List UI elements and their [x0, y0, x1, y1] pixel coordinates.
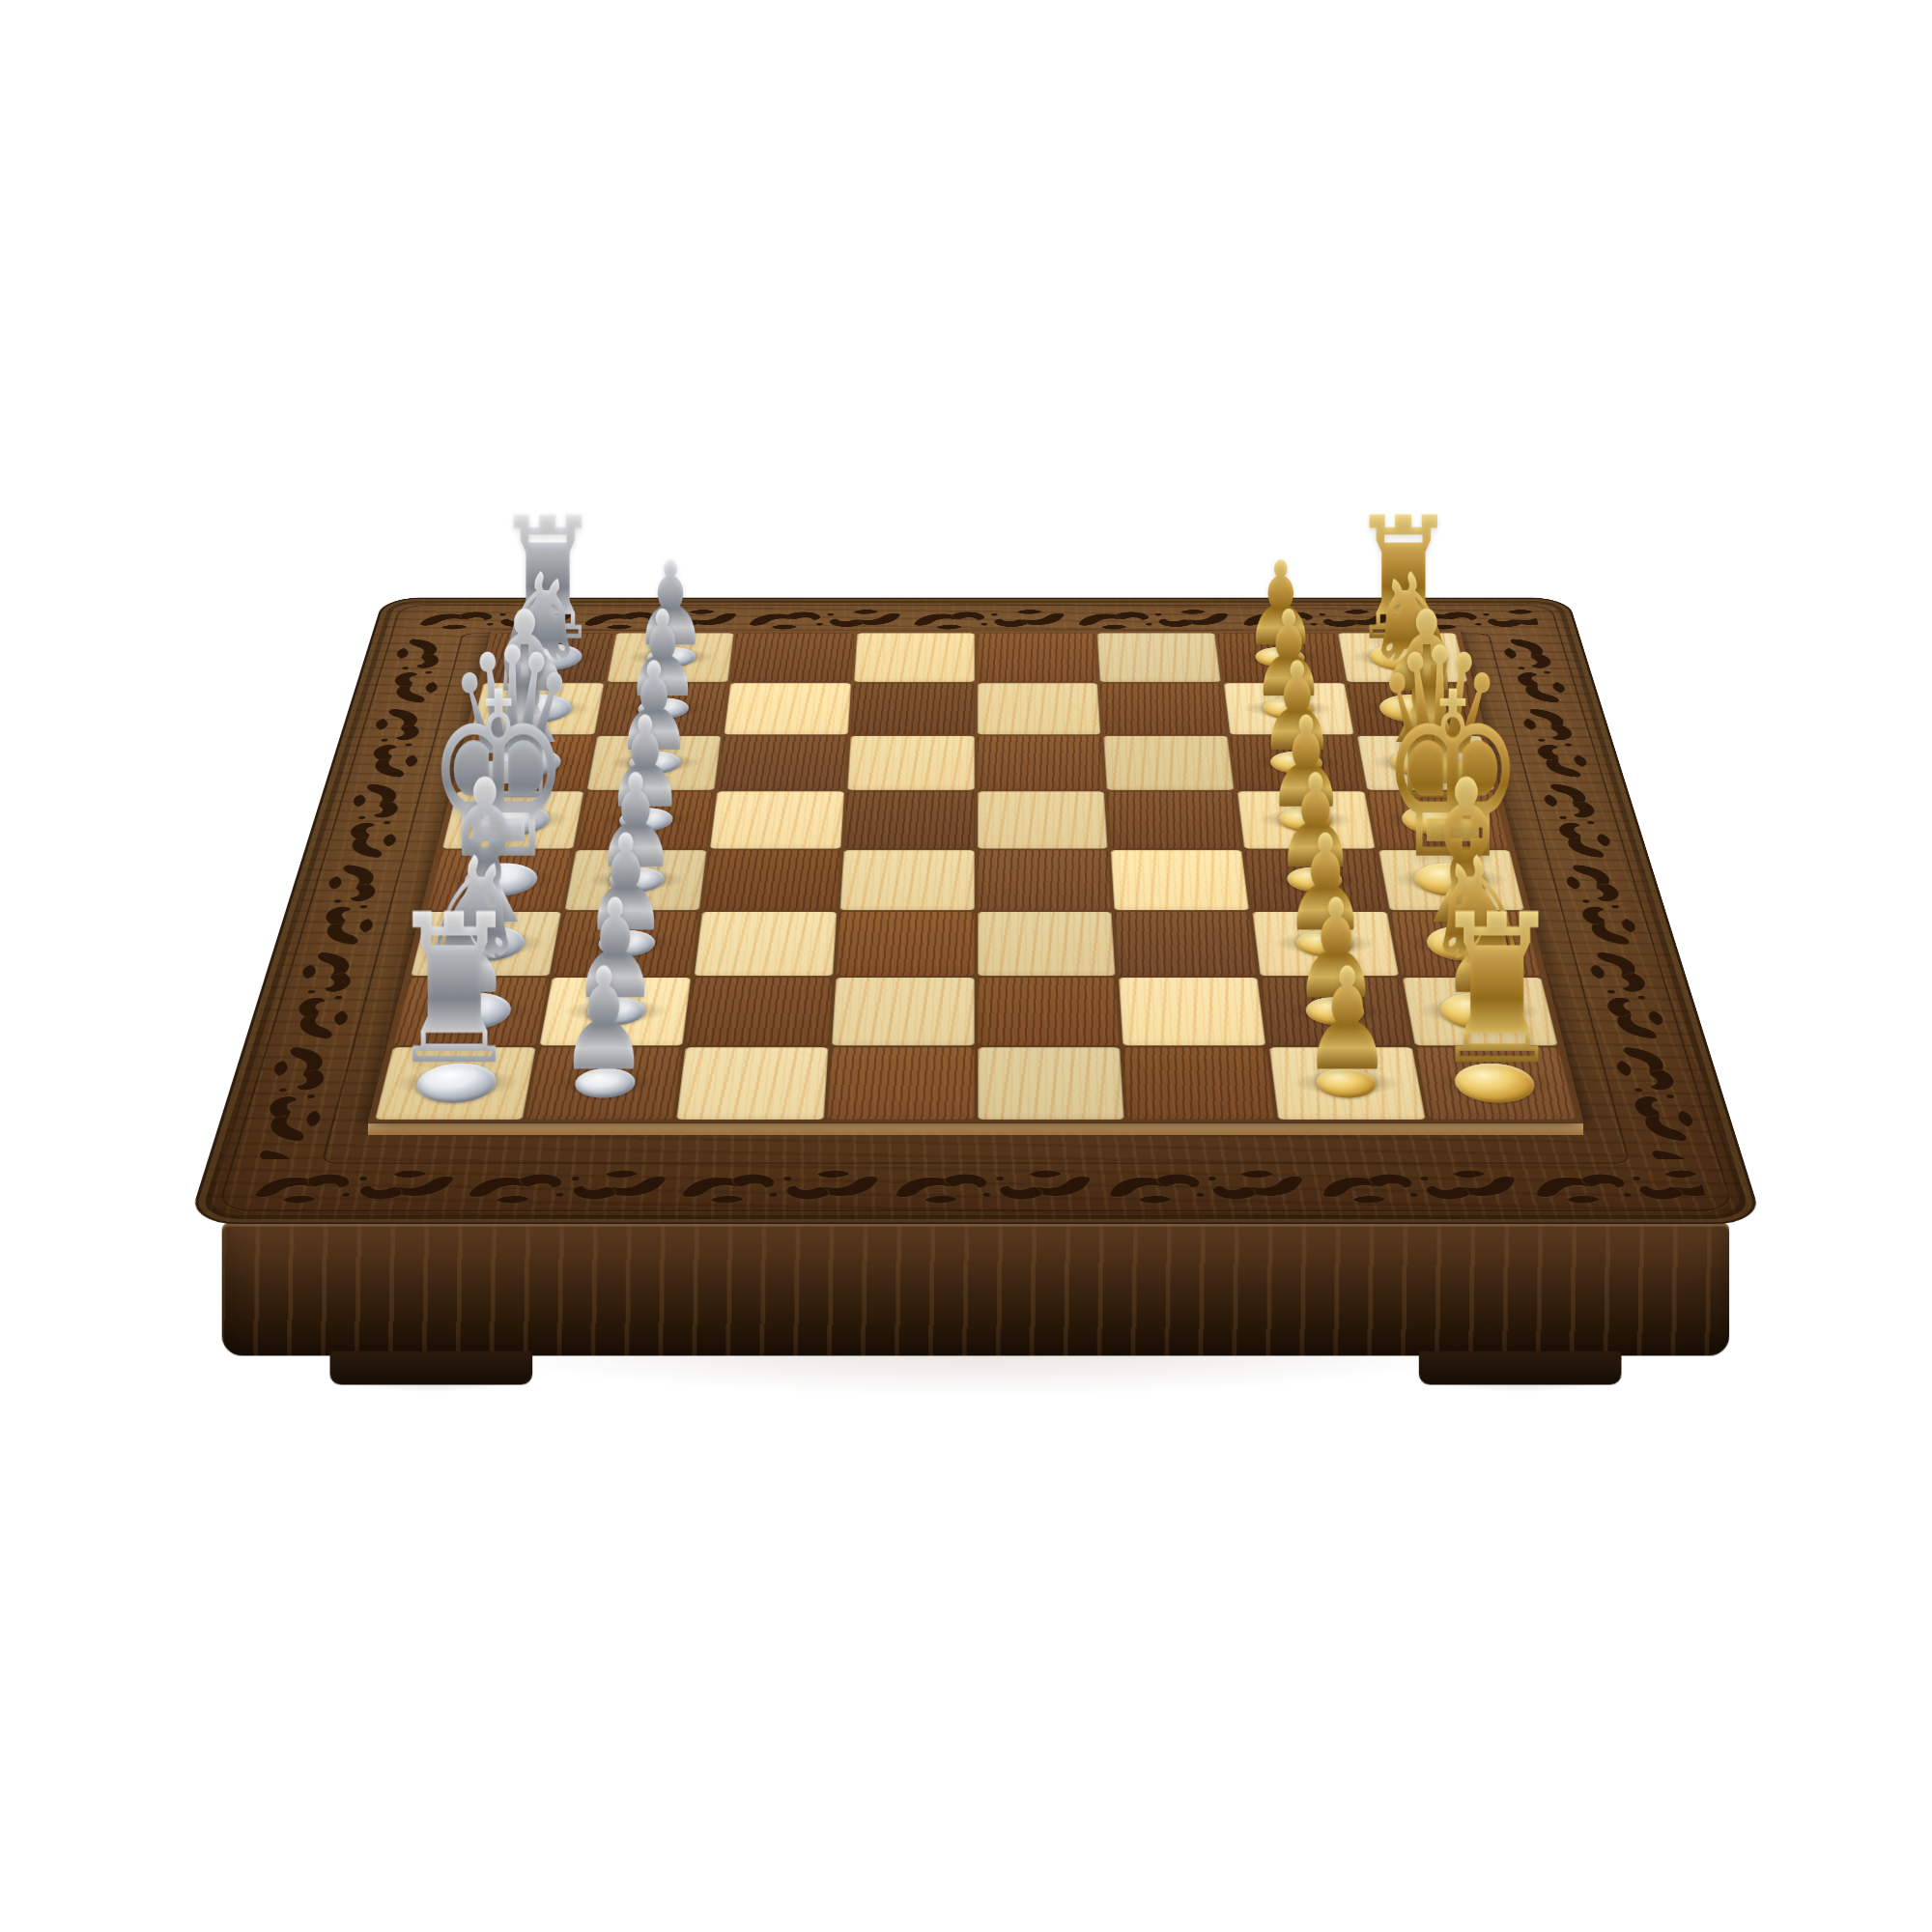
square-g4[interactable]	[832, 978, 975, 1046]
board-foot-right	[1419, 1351, 1622, 1385]
board-foot-left	[330, 1351, 533, 1385]
square-d4[interactable]	[843, 791, 974, 848]
piece-glyph-rook: ♜	[352, 888, 557, 1094]
square-h4[interactable]	[827, 1047, 975, 1120]
carving-svg	[242, 1166, 1710, 1207]
square-h5[interactable]	[978, 1047, 1125, 1120]
square-a5[interactable]	[977, 633, 1097, 682]
photo-scene: ♜♞♝♛♚♝♞♜♟♟♟♟♟♟♟♟♟♟♟♟♟♟♟♟♜♞♝♛♚♝♞♜	[0, 0, 1932, 1932]
square-b4[interactable]	[850, 683, 974, 734]
board-front-face	[222, 1223, 1730, 1355]
square-f4[interactable]	[836, 912, 975, 976]
square-e5[interactable]	[977, 850, 1111, 911]
carved-ornament-band-front	[242, 1166, 1710, 1207]
board-tilt: ♜♞♝♛♚♝♞♜♟♟♟♟♟♟♟♟♟♟♟♟♟♟♟♟♜♞♝♛♚♝♞♜	[187, 598, 1763, 1225]
square-c4[interactable]	[847, 736, 975, 790]
board-perspective-wrapper: ♜♞♝♛♚♝♞♜♟♟♟♟♟♟♟♟♟♟♟♟♟♟♟♟♜♞♝♛♚♝♞♜	[299, 190, 1652, 1543]
square-g5[interactable]	[978, 978, 1121, 1046]
square-d5[interactable]	[977, 791, 1107, 848]
square-a4[interactable]	[854, 633, 975, 682]
square-b5[interactable]	[977, 683, 1100, 734]
piece-glyph-rook: ♜	[1394, 888, 1600, 1094]
square-c5[interactable]	[977, 736, 1104, 790]
square-f5[interactable]	[978, 912, 1117, 976]
square-e4[interactable]	[839, 850, 974, 911]
